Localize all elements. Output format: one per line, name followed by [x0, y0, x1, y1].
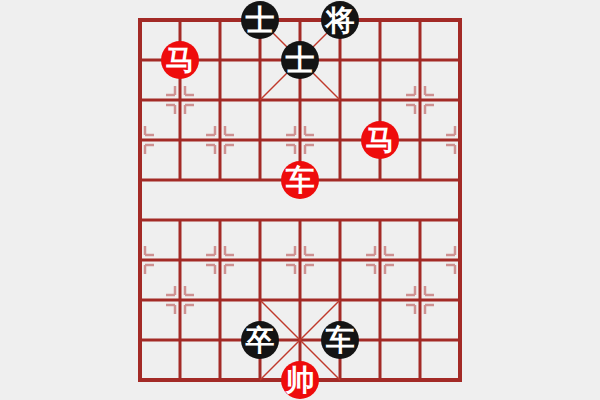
piece-black-advisor[interactable]: 士: [241, 1, 279, 39]
piece-red-horse[interactable]: 马: [161, 41, 199, 79]
piece-layer: 士将马士马车卒车帅: [120, 0, 480, 400]
piece-red-chariot[interactable]: 车: [281, 161, 319, 199]
piece-black-advisor[interactable]: 士: [281, 41, 319, 79]
piece-black-chariot[interactable]: 车: [321, 321, 359, 359]
piece-red-horse[interactable]: 马: [361, 121, 399, 159]
piece-black-soldier[interactable]: 卒: [241, 321, 279, 359]
piece-black-general[interactable]: 将: [321, 1, 359, 39]
piece-red-general[interactable]: 帅: [281, 361, 319, 399]
xiangqi-board: 士将马士马车卒车帅: [0, 0, 600, 400]
